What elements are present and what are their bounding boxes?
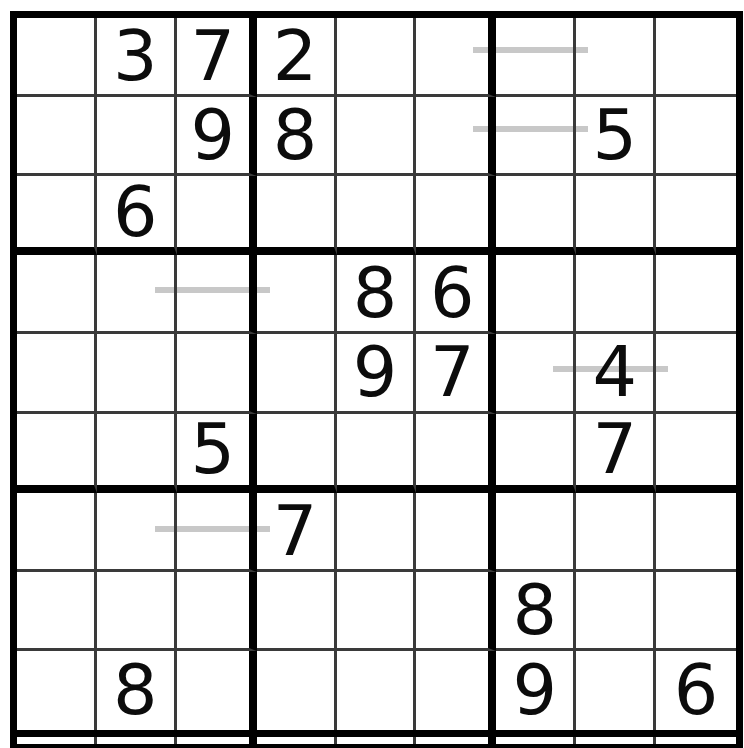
cell-r1c8[interactable] — [576, 18, 656, 97]
cell-r3c3[interactable] — [177, 176, 257, 255]
cell-r3c2[interactable]: 6 — [97, 176, 177, 255]
cell-r1c3[interactable]: 7 — [177, 18, 257, 97]
cell-r4c8[interactable] — [576, 255, 656, 334]
adjacent-grid-top-border — [17, 744, 736, 748]
cell-r6c1[interactable] — [17, 414, 97, 493]
cell-r4c2[interactable] — [97, 255, 177, 334]
cell-r2c3[interactable]: 9 — [177, 97, 257, 176]
cell-r9c3[interactable] — [177, 651, 257, 730]
cell-r1c7[interactable] — [496, 18, 576, 97]
cell-r9c9[interactable]: 6 — [656, 651, 736, 730]
cell-r7c6[interactable] — [416, 493, 496, 572]
cell-r3c9[interactable] — [656, 176, 736, 255]
cell-r6c3[interactable]: 5 — [177, 414, 257, 493]
cell-r8c2[interactable] — [97, 572, 177, 651]
cell-r6c4[interactable] — [257, 414, 337, 493]
cell-r2c7[interactable] — [496, 97, 576, 176]
cell-r2c8[interactable]: 5 — [576, 97, 656, 176]
cell-r5c3[interactable] — [177, 334, 257, 413]
cell-r8c3[interactable] — [177, 572, 257, 651]
cell-r1c1[interactable] — [17, 18, 97, 97]
cell-r4c9[interactable] — [656, 255, 736, 334]
cell-r2c1[interactable] — [17, 97, 97, 176]
adjacent-grid-column-stub — [17, 737, 97, 744]
cell-r2c5[interactable] — [337, 97, 417, 176]
cell-r7c4[interactable]: 7 — [257, 493, 337, 572]
cell-r8c9[interactable] — [656, 572, 736, 651]
cell-r4c1[interactable] — [17, 255, 97, 334]
cell-r2c4[interactable]: 8 — [257, 97, 337, 176]
adjacent-grid-column-stub — [656, 737, 736, 744]
sudoku-grid: 3729856869745778896 — [17, 18, 736, 730]
sudoku-board: 3729856869745778896 — [10, 11, 743, 737]
cell-r4c5[interactable]: 8 — [337, 255, 417, 334]
cell-r8c1[interactable] — [17, 572, 97, 651]
cell-r1c4[interactable]: 2 — [257, 18, 337, 97]
cell-r3c5[interactable] — [337, 176, 417, 255]
cell-r8c7[interactable]: 8 — [496, 572, 576, 651]
cell-r1c5[interactable] — [337, 18, 417, 97]
cell-r7c1[interactable] — [17, 493, 97, 572]
cell-r3c1[interactable] — [17, 176, 97, 255]
cell-r6c6[interactable] — [416, 414, 496, 493]
cell-r6c8[interactable]: 7 — [576, 414, 656, 493]
cell-r9c2[interactable]: 8 — [97, 651, 177, 730]
adjacent-grid-edge — [10, 737, 743, 748]
adjacent-grid-column-stub — [97, 737, 177, 744]
cell-r9c7[interactable]: 9 — [496, 651, 576, 730]
cell-r9c1[interactable] — [17, 651, 97, 730]
cell-r5c6[interactable]: 7 — [416, 334, 496, 413]
cell-r7c9[interactable] — [656, 493, 736, 572]
sudoku-page: 3729856869745778896 — [0, 0, 744, 748]
cell-r5c5[interactable]: 9 — [337, 334, 417, 413]
cell-r7c7[interactable] — [496, 493, 576, 572]
cell-r4c3[interactable] — [177, 255, 257, 334]
cell-r9c8[interactable] — [576, 651, 656, 730]
cell-r4c4[interactable] — [257, 255, 337, 334]
cell-r4c6[interactable]: 6 — [416, 255, 496, 334]
cell-r6c7[interactable] — [496, 414, 576, 493]
cell-r7c2[interactable] — [97, 493, 177, 572]
cell-r9c5[interactable] — [337, 651, 417, 730]
cell-r8c6[interactable] — [416, 572, 496, 651]
cell-r3c4[interactable] — [257, 176, 337, 255]
cell-r8c8[interactable] — [576, 572, 656, 651]
adjacent-grid-column-stub — [337, 737, 417, 744]
cell-r3c6[interactable] — [416, 176, 496, 255]
adjacent-grid-columns — [17, 737, 736, 744]
cell-r8c4[interactable] — [257, 572, 337, 651]
adjacent-grid-column-stub — [177, 737, 257, 744]
cell-r6c2[interactable] — [97, 414, 177, 493]
adjacent-grid-column-stub — [576, 737, 656, 744]
cell-r5c1[interactable] — [17, 334, 97, 413]
cell-r3c8[interactable] — [576, 176, 656, 255]
cell-r5c2[interactable] — [97, 334, 177, 413]
cell-r6c5[interactable] — [337, 414, 417, 493]
cell-r5c8[interactable]: 4 — [576, 334, 656, 413]
cell-r2c2[interactable] — [97, 97, 177, 176]
cell-r1c2[interactable]: 3 — [97, 18, 177, 97]
cell-r8c5[interactable] — [337, 572, 417, 651]
adjacent-grid-column-stub — [416, 737, 496, 744]
adjacent-grid-column-stub — [257, 737, 337, 744]
cell-r4c7[interactable] — [496, 255, 576, 334]
cell-r7c5[interactable] — [337, 493, 417, 572]
cell-r7c3[interactable] — [177, 493, 257, 572]
cell-r5c9[interactable] — [656, 334, 736, 413]
adjacent-grid-column-stub — [496, 737, 576, 744]
cell-r5c7[interactable] — [496, 334, 576, 413]
cell-r5c4[interactable] — [257, 334, 337, 413]
cell-r6c9[interactable] — [656, 414, 736, 493]
cell-r9c6[interactable] — [416, 651, 496, 730]
cell-r3c7[interactable] — [496, 176, 576, 255]
cell-r2c9[interactable] — [656, 97, 736, 176]
cell-r2c6[interactable] — [416, 97, 496, 176]
cell-r1c6[interactable] — [416, 18, 496, 97]
cell-r1c9[interactable] — [656, 18, 736, 97]
cell-r9c4[interactable] — [257, 651, 337, 730]
cell-r7c8[interactable] — [576, 493, 656, 572]
